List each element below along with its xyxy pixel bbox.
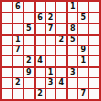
cell-r4c4-empty[interactable]: [35, 35, 45, 45]
cell-r1c6-empty[interactable]: [56, 2, 66, 12]
cell-r3c3-given-5[interactable]: 5: [24, 24, 34, 34]
cell-r7c2-empty[interactable]: [13, 67, 23, 77]
cell-r3c5-given-7[interactable]: 7: [46, 24, 56, 34]
cell-r8c5-given-3[interactable]: 3: [46, 78, 56, 88]
cell-r1c9-empty[interactable]: [89, 2, 99, 12]
cell-r2c7-empty[interactable]: [67, 13, 77, 23]
cell-r1c8-empty[interactable]: [78, 2, 88, 12]
cell-r8c8-empty[interactable]: [78, 78, 88, 88]
cell-r7c7-given-3[interactable]: 3: [67, 67, 77, 77]
cell-r1c1-empty[interactable]: [2, 2, 12, 12]
sudoku-board: 616255781257924191323427: [0, 0, 101, 101]
cell-r7c3-given-9[interactable]: 9: [24, 67, 34, 77]
cell-r6c6-empty[interactable]: [56, 56, 66, 66]
cell-r9c3-empty[interactable]: [24, 89, 34, 99]
cell-r7c5-given-1[interactable]: 1: [46, 67, 56, 77]
cell-r3c9-empty[interactable]: [89, 24, 99, 34]
cell-r8c3-empty[interactable]: [24, 78, 34, 88]
cell-r6c1-empty[interactable]: [2, 56, 12, 66]
cell-r6c7-empty[interactable]: [67, 56, 77, 66]
cell-r2c8-given-5[interactable]: 5: [78, 13, 88, 23]
cell-r8c6-given-4[interactable]: 4: [56, 78, 66, 88]
cell-r3c6-empty[interactable]: [56, 24, 66, 34]
cell-r4c9-empty[interactable]: [89, 35, 99, 45]
cell-r2c2-empty[interactable]: [13, 13, 23, 23]
cell-r9c1-empty[interactable]: [2, 89, 12, 99]
cell-r9c2-empty[interactable]: [13, 89, 23, 99]
cell-r4c6-given-2[interactable]: 2: [56, 35, 66, 45]
cell-r6c4-given-4[interactable]: 4: [35, 56, 45, 66]
cell-r8c9-empty[interactable]: [89, 78, 99, 88]
cell-r4c7-given-5[interactable]: 5: [67, 35, 77, 45]
cell-r5c1-empty[interactable]: [2, 46, 12, 56]
cell-r6c3-given-2[interactable]: 2: [24, 56, 34, 66]
cell-r9c7-empty[interactable]: [67, 89, 77, 99]
cell-r5c7-empty[interactable]: [67, 46, 77, 56]
cell-r3c7-given-8[interactable]: 8: [67, 24, 77, 34]
cell-r2c9-empty[interactable]: [89, 13, 99, 23]
cell-r7c4-empty[interactable]: [35, 67, 45, 77]
cell-r5c4-empty[interactable]: [35, 46, 45, 56]
cell-r9c5-empty[interactable]: [46, 89, 56, 99]
cell-r1c2-given-6[interactable]: 6: [13, 2, 23, 12]
cell-r1c5-empty[interactable]: [46, 2, 56, 12]
cell-r4c5-empty[interactable]: [46, 35, 56, 45]
cell-r1c3-empty[interactable]: [24, 2, 34, 12]
cell-r3c4-empty[interactable]: [35, 24, 45, 34]
cell-r5c8-given-9[interactable]: 9: [78, 46, 88, 56]
cell-r7c1-empty[interactable]: [2, 67, 12, 77]
cell-r7c6-empty[interactable]: [56, 67, 66, 77]
cell-r7c8-empty[interactable]: [78, 67, 88, 77]
cell-r9c8-given-7[interactable]: 7: [78, 89, 88, 99]
cell-r2c6-empty[interactable]: [56, 13, 66, 23]
cell-r4c2-given-1[interactable]: 1: [13, 35, 23, 45]
cell-r9c4-given-2[interactable]: 2: [35, 89, 45, 99]
cell-r8c1-empty[interactable]: [2, 78, 12, 88]
cell-r4c8-empty[interactable]: [78, 35, 88, 45]
cell-r1c4-empty[interactable]: [35, 2, 45, 12]
cell-r2c4-given-6[interactable]: 6: [35, 13, 45, 23]
cell-r8c7-empty[interactable]: [67, 78, 77, 88]
cell-r6c9-empty[interactable]: [89, 56, 99, 66]
cell-r5c2-given-7[interactable]: 7: [13, 46, 23, 56]
cell-r5c6-empty[interactable]: [56, 46, 66, 56]
cell-r2c5-given-2[interactable]: 2: [46, 13, 56, 23]
cell-r1c7-given-1[interactable]: 1: [67, 2, 77, 12]
cell-r4c1-empty[interactable]: [2, 35, 12, 45]
cell-r6c2-empty[interactable]: [13, 56, 23, 66]
cell-r7c9-empty[interactable]: [89, 67, 99, 77]
cell-r2c1-empty[interactable]: [2, 13, 12, 23]
cell-r9c9-empty[interactable]: [89, 89, 99, 99]
cell-r5c5-empty[interactable]: [46, 46, 56, 56]
cell-r6c5-empty[interactable]: [46, 56, 56, 66]
cell-r5c3-empty[interactable]: [24, 46, 34, 56]
cell-r3c2-empty[interactable]: [13, 24, 23, 34]
cell-r9c6-empty[interactable]: [56, 89, 66, 99]
cell-r8c4-empty[interactable]: [35, 78, 45, 88]
cell-r3c1-empty[interactable]: [2, 24, 12, 34]
cell-r4c3-empty[interactable]: [24, 35, 34, 45]
cell-r8c2-given-2[interactable]: 2: [13, 78, 23, 88]
cell-r5c9-empty[interactable]: [89, 46, 99, 56]
cell-r6c8-given-1[interactable]: 1: [78, 56, 88, 66]
cell-r2c3-empty[interactable]: [24, 13, 34, 23]
cell-r3c8-empty[interactable]: [78, 24, 88, 34]
